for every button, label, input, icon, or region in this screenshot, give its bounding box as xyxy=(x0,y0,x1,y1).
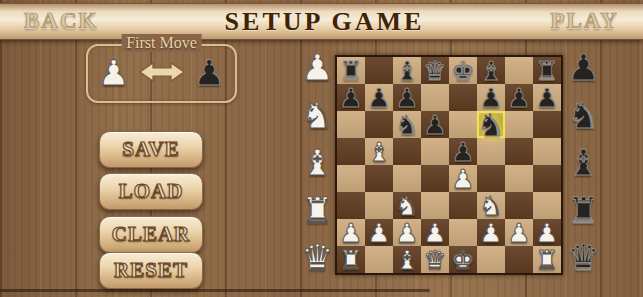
square-d2[interactable]: ♟ xyxy=(421,219,449,246)
piece-white-rook: ♜ xyxy=(535,247,558,273)
piece-white-bishop: ♝ xyxy=(367,139,390,165)
square-f3[interactable]: ♞ xyxy=(477,192,505,219)
piece-white-knight: ♞ xyxy=(395,193,418,219)
square-a2[interactable]: ♟ xyxy=(337,219,365,246)
tray-black-queen[interactable]: ♛ xyxy=(567,236,599,280)
square-f6[interactable]: ♞ xyxy=(477,111,505,138)
piece-black-pawn: ♟ xyxy=(395,85,418,111)
chess-board: ♜♝♛♚♝♜♟♟♟♟♟♟♞♟♞♝♟♟♞♞♟♟♟♟♟♟♟♜♝♛♚♜ xyxy=(335,55,563,275)
square-g3[interactable] xyxy=(505,192,533,219)
piece-black-rook: ♜ xyxy=(339,58,362,84)
square-e7[interactable] xyxy=(449,84,477,111)
white-pawn-option-icon[interactable]: ♟ xyxy=(98,55,129,90)
square-a7[interactable]: ♟ xyxy=(337,84,365,111)
tray-white-bishop[interactable]: ♝ xyxy=(301,141,333,185)
piece-black-pawn: ♟ xyxy=(367,85,390,111)
save-button[interactable]: SAVE xyxy=(99,131,203,168)
square-c1[interactable]: ♝ xyxy=(393,246,421,273)
piece-white-pawn: ♟ xyxy=(479,220,502,246)
wood-grain-line xyxy=(0,289,430,292)
square-d6[interactable]: ♟ xyxy=(421,111,449,138)
square-h5[interactable] xyxy=(533,138,561,165)
tray-black-rook[interactable]: ♜ xyxy=(567,189,599,233)
tray-white-pawn[interactable]: ♟ xyxy=(301,46,333,90)
load-button[interactable]: LOAD xyxy=(99,173,203,210)
piece-white-pawn: ♟ xyxy=(451,166,474,192)
piece-white-king: ♚ xyxy=(451,247,474,273)
square-d4[interactable] xyxy=(421,165,449,192)
square-e8[interactable]: ♚ xyxy=(449,57,477,84)
tray-white-queen[interactable]: ♛ xyxy=(301,236,333,280)
square-f2[interactable]: ♟ xyxy=(477,219,505,246)
square-c3[interactable]: ♞ xyxy=(393,192,421,219)
square-h6[interactable] xyxy=(533,111,561,138)
square-e4[interactable]: ♟ xyxy=(449,165,477,192)
piece-black-knight: ♞ xyxy=(395,112,418,138)
piece-white-pawn: ♟ xyxy=(423,220,446,246)
piece-white-queen: ♛ xyxy=(423,247,446,273)
square-g8[interactable] xyxy=(505,57,533,84)
square-h4[interactable] xyxy=(533,165,561,192)
square-c5[interactable] xyxy=(393,138,421,165)
square-e2[interactable] xyxy=(449,219,477,246)
square-g1[interactable] xyxy=(505,246,533,273)
square-b2[interactable]: ♟ xyxy=(365,219,393,246)
piece-white-bishop: ♝ xyxy=(395,247,418,273)
square-e1[interactable]: ♚ xyxy=(449,246,477,273)
square-a8[interactable]: ♜ xyxy=(337,57,365,84)
square-g2[interactable]: ♟ xyxy=(505,219,533,246)
square-g6[interactable] xyxy=(505,111,533,138)
tray-white-knight[interactable]: ♞ xyxy=(301,94,333,138)
square-d1[interactable]: ♛ xyxy=(421,246,449,273)
piece-white-knight: ♞ xyxy=(479,193,502,219)
piece-black-pawn: ♟ xyxy=(451,139,474,165)
square-g7[interactable]: ♟ xyxy=(505,84,533,111)
square-h3[interactable] xyxy=(533,192,561,219)
black-pawn-option-icon[interactable]: ♟ xyxy=(194,55,225,90)
play-button[interactable]: PLAY xyxy=(550,8,619,36)
first-move-panel: First Move ♟ ♟ xyxy=(86,44,237,103)
square-e5[interactable]: ♟ xyxy=(449,138,477,165)
piece-white-pawn: ♟ xyxy=(395,220,418,246)
tray-black-bishop[interactable]: ♝ xyxy=(567,141,599,185)
square-b6[interactable] xyxy=(365,111,393,138)
square-a1[interactable]: ♜ xyxy=(337,246,365,273)
piece-black-bishop: ♝ xyxy=(479,58,502,84)
square-f8[interactable]: ♝ xyxy=(477,57,505,84)
square-b8[interactable] xyxy=(365,57,393,84)
tray-black-pawn[interactable]: ♟ xyxy=(567,46,599,90)
square-c2[interactable]: ♟ xyxy=(393,219,421,246)
piece-black-pawn: ♟ xyxy=(535,85,558,111)
square-d8[interactable]: ♛ xyxy=(421,57,449,84)
square-a5[interactable] xyxy=(337,138,365,165)
clear-button[interactable]: CLEAR xyxy=(99,216,203,253)
piece-black-king: ♚ xyxy=(451,58,474,84)
first-move-label: First Move xyxy=(121,34,202,52)
square-c8[interactable]: ♝ xyxy=(393,57,421,84)
black-piece-tray: ♟♞♝♜♛ xyxy=(565,46,602,280)
square-f1[interactable] xyxy=(477,246,505,273)
square-e6[interactable] xyxy=(449,111,477,138)
piece-white-pawn: ♟ xyxy=(507,220,530,246)
square-c4[interactable] xyxy=(393,165,421,192)
page-title: SETUP GAME xyxy=(225,7,425,37)
square-g4[interactable] xyxy=(505,165,533,192)
piece-black-pawn: ♟ xyxy=(423,112,446,138)
piece-white-rook: ♜ xyxy=(339,247,362,273)
square-d7[interactable] xyxy=(421,84,449,111)
square-b5[interactable]: ♝ xyxy=(365,138,393,165)
reset-button[interactable]: RESET xyxy=(99,252,203,289)
setup-game-screen: BACK SETUP GAME PLAY First Move ♟ ♟ SAVE… xyxy=(0,0,643,297)
square-h2[interactable]: ♟ xyxy=(533,219,561,246)
top-bar: BACK SETUP GAME PLAY xyxy=(0,3,643,40)
square-d5[interactable] xyxy=(421,138,449,165)
back-button[interactable]: BACK xyxy=(24,8,98,36)
piece-black-queen: ♛ xyxy=(423,58,446,84)
piece-white-pawn: ♟ xyxy=(535,220,558,246)
square-b1[interactable] xyxy=(365,246,393,273)
square-g5[interactable] xyxy=(505,138,533,165)
piece-white-pawn: ♟ xyxy=(367,220,390,246)
square-e3[interactable] xyxy=(449,192,477,219)
square-a4[interactable] xyxy=(337,165,365,192)
square-h1[interactable]: ♜ xyxy=(533,246,561,273)
first-move-toggle-arrow-icon[interactable] xyxy=(138,61,186,87)
tray-white-rook[interactable]: ♜ xyxy=(301,189,333,233)
piece-black-knight: ♞ xyxy=(477,112,505,138)
square-f4[interactable] xyxy=(477,165,505,192)
square-b7[interactable]: ♟ xyxy=(365,84,393,111)
tray-black-knight[interactable]: ♞ xyxy=(567,94,599,138)
square-c6[interactable]: ♞ xyxy=(393,111,421,138)
piece-black-bishop: ♝ xyxy=(395,58,418,84)
square-a3[interactable] xyxy=(337,192,365,219)
piece-black-pawn: ♟ xyxy=(339,85,362,111)
square-a6[interactable] xyxy=(337,111,365,138)
piece-white-pawn: ♟ xyxy=(339,220,362,246)
white-piece-tray: ♟♞♝♜♛ xyxy=(299,46,336,280)
square-b3[interactable] xyxy=(365,192,393,219)
square-b4[interactable] xyxy=(365,165,393,192)
piece-black-pawn: ♟ xyxy=(507,85,530,111)
square-h8[interactable]: ♜ xyxy=(533,57,561,84)
square-c7[interactable]: ♟ xyxy=(393,84,421,111)
piece-black-rook: ♜ xyxy=(535,58,558,84)
square-h7[interactable]: ♟ xyxy=(533,84,561,111)
square-d3[interactable] xyxy=(421,192,449,219)
